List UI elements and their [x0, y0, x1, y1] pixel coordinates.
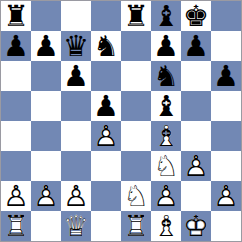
square-a1[interactable]: ♜♖: [1, 211, 31, 241]
square-c7[interactable]: ♛: [61, 31, 91, 61]
square-b5[interactable]: [31, 91, 61, 121]
square-f7[interactable]: ♟: [151, 31, 181, 61]
square-a5[interactable]: [1, 91, 31, 121]
piece-black-pawn: ♟: [181, 31, 211, 61]
piece-black-pawn: ♟: [151, 31, 181, 61]
piece-black-pawn: ♟: [91, 91, 121, 121]
piece-white-pawn: ♟♙: [211, 181, 241, 211]
piece-black-knight: ♞: [151, 61, 181, 91]
square-c6[interactable]: ♟: [61, 61, 91, 91]
piece-white-pawn: ♟♙: [31, 181, 61, 211]
square-b2[interactable]: ♟♙: [31, 181, 61, 211]
square-e8[interactable]: ♜: [121, 1, 151, 31]
square-b6[interactable]: [31, 61, 61, 91]
piece-white-pawn: ♟♙: [1, 181, 31, 211]
square-a3[interactable]: [1, 151, 31, 181]
piece-white-queen: ♛♕: [61, 211, 91, 241]
square-b8[interactable]: [31, 1, 61, 31]
piece-black-knight: ♞: [91, 31, 121, 61]
square-g6[interactable]: [181, 61, 211, 91]
chess-board: ♜♜♝♚♟♟♛♞♟♟♟♞♟♟♝♟♙♝♗♞♘♟♙♟♙♟♙♟♙♞♘♟♙♟♙♜♖♛♕♜…: [0, 0, 242, 242]
piece-black-queen: ♛: [61, 31, 91, 61]
square-d3[interactable]: [91, 151, 121, 181]
square-d2[interactable]: [91, 181, 121, 211]
piece-black-pawn: ♟: [1, 31, 31, 61]
square-h4[interactable]: [211, 121, 241, 151]
square-g5[interactable]: [181, 91, 211, 121]
square-e6[interactable]: [121, 61, 151, 91]
square-c1[interactable]: ♛♕: [61, 211, 91, 241]
square-g8[interactable]: ♚: [181, 1, 211, 31]
piece-white-pawn: ♟♙: [181, 151, 211, 181]
piece-black-pawn: ♟: [211, 61, 241, 91]
piece-white-knight: ♞♘: [121, 181, 151, 211]
piece-white-bishop: ♝♗: [151, 211, 181, 241]
square-e3[interactable]: [121, 151, 151, 181]
square-e2[interactable]: ♞♘: [121, 181, 151, 211]
piece-black-pawn: ♟: [61, 61, 91, 91]
square-e1[interactable]: ♜♖: [121, 211, 151, 241]
piece-black-bishop: ♝: [151, 91, 181, 121]
piece-white-pawn: ♟♙: [61, 181, 91, 211]
piece-white-pawn: ♟♙: [91, 121, 121, 151]
square-g4[interactable]: [181, 121, 211, 151]
square-g2[interactable]: [181, 181, 211, 211]
square-f5[interactable]: ♝: [151, 91, 181, 121]
square-c8[interactable]: [61, 1, 91, 31]
square-e5[interactable]: [121, 91, 151, 121]
square-h8[interactable]: [211, 1, 241, 31]
square-c2[interactable]: ♟♙: [61, 181, 91, 211]
square-a8[interactable]: ♜: [1, 1, 31, 31]
square-b1[interactable]: [31, 211, 61, 241]
square-c5[interactable]: [61, 91, 91, 121]
piece-white-rook: ♜♖: [121, 211, 151, 241]
square-b3[interactable]: [31, 151, 61, 181]
square-h6[interactable]: ♟: [211, 61, 241, 91]
piece-white-knight: ♞♘: [151, 151, 181, 181]
square-b4[interactable]: [31, 121, 61, 151]
square-f2[interactable]: ♟♙: [151, 181, 181, 211]
square-e4[interactable]: [121, 121, 151, 151]
square-f6[interactable]: ♞: [151, 61, 181, 91]
square-f3[interactable]: ♞♘: [151, 151, 181, 181]
square-g1[interactable]: ♚♔: [181, 211, 211, 241]
square-a7[interactable]: ♟: [1, 31, 31, 61]
square-c3[interactable]: [61, 151, 91, 181]
square-a4[interactable]: [1, 121, 31, 151]
piece-black-king: ♚: [181, 1, 211, 31]
square-b7[interactable]: ♟: [31, 31, 61, 61]
piece-white-pawn: ♟♙: [151, 181, 181, 211]
piece-black-rook: ♜: [121, 1, 151, 31]
square-h7[interactable]: [211, 31, 241, 61]
square-d8[interactable]: [91, 1, 121, 31]
square-d1[interactable]: [91, 211, 121, 241]
piece-black-bishop: ♝: [151, 1, 181, 31]
square-d7[interactable]: ♞: [91, 31, 121, 61]
square-f4[interactable]: ♝♗: [151, 121, 181, 151]
square-a6[interactable]: [1, 61, 31, 91]
square-c4[interactable]: [61, 121, 91, 151]
piece-black-rook: ♜: [1, 1, 31, 31]
square-h1[interactable]: [211, 211, 241, 241]
square-a2[interactable]: ♟♙: [1, 181, 31, 211]
square-g7[interactable]: ♟: [181, 31, 211, 61]
square-d5[interactable]: ♟: [91, 91, 121, 121]
square-e7[interactable]: [121, 31, 151, 61]
square-h5[interactable]: [211, 91, 241, 121]
piece-white-bishop: ♝♗: [151, 121, 181, 151]
square-d4[interactable]: ♟♙: [91, 121, 121, 151]
square-g3[interactable]: ♟♙: [181, 151, 211, 181]
square-f1[interactable]: ♝♗: [151, 211, 181, 241]
piece-white-rook: ♜♖: [1, 211, 31, 241]
piece-black-pawn: ♟: [31, 31, 61, 61]
square-h3[interactable]: [211, 151, 241, 181]
square-f8[interactable]: ♝: [151, 1, 181, 31]
square-d6[interactable]: [91, 61, 121, 91]
piece-white-king: ♚♔: [181, 211, 211, 241]
square-h2[interactable]: ♟♙: [211, 181, 241, 211]
